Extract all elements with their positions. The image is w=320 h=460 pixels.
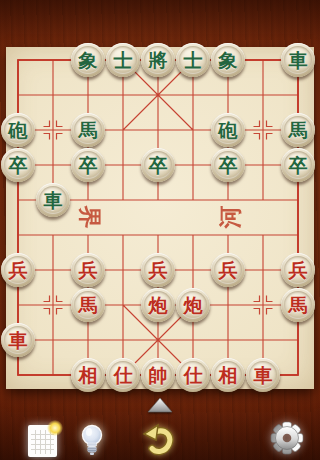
settings-button[interactable] (268, 419, 306, 460)
piece-character: 兵 (141, 253, 175, 288)
piece-red-advisor[interactable]: 仕 (176, 358, 210, 392)
piece-red-elephant[interactable]: 相 (211, 358, 245, 392)
piece-character: 車 (281, 43, 315, 78)
piece-character: 兵 (211, 253, 245, 288)
piece-character: 卒 (211, 148, 245, 183)
xiangqi-board[interactable]: 界河象士將士象車砲馬砲馬卒卒卒卒卒車兵兵兵兵兵馬炮炮馬車相仕帥仕相車 (6, 47, 314, 389)
piece-character: 卒 (141, 148, 175, 183)
piece-red-soldier[interactable]: 兵 (211, 253, 245, 287)
piece-red-horse[interactable]: 馬 (281, 288, 315, 322)
piece-black-horse[interactable]: 馬 (281, 113, 315, 147)
piece-black-elephant[interactable]: 象 (71, 43, 105, 77)
piece-black-advisor[interactable]: 士 (176, 43, 210, 77)
piece-character: 馬 (71, 113, 105, 148)
undo-arrow-icon (142, 423, 174, 457)
piece-character: 兵 (71, 253, 105, 288)
piece-black-elephant[interactable]: 象 (211, 43, 245, 77)
piece-black-soldier[interactable]: 卒 (141, 148, 175, 182)
notification-dot (47, 420, 63, 436)
piece-character: 馬 (281, 113, 315, 148)
piece-character: 炮 (176, 288, 210, 323)
gear-icon (268, 419, 306, 457)
piece-red-horse[interactable]: 馬 (71, 288, 105, 322)
piece-black-soldier[interactable]: 卒 (71, 148, 105, 182)
games-list-button[interactable] (28, 425, 57, 457)
piece-character: 砲 (1, 113, 35, 148)
hint-button[interactable] (79, 423, 105, 460)
piece-character: 炮 (141, 288, 175, 323)
piece-character: 卒 (71, 148, 105, 183)
piece-character: 馬 (281, 288, 315, 323)
piece-red-advisor[interactable]: 仕 (106, 358, 140, 392)
piece-black-soldier[interactable]: 卒 (281, 148, 315, 182)
lightbulb-icon (79, 423, 105, 459)
piece-red-elephant[interactable]: 相 (71, 358, 105, 392)
piece-character: 相 (211, 358, 245, 393)
piece-character: 車 (1, 323, 35, 358)
piece-red-soldier[interactable]: 兵 (71, 253, 105, 287)
piece-character: 象 (211, 43, 245, 78)
piece-black-advisor[interactable]: 士 (106, 43, 140, 77)
piece-red-general[interactable]: 帥 (141, 358, 175, 392)
piece-character: 馬 (71, 288, 105, 323)
piece-character: 車 (246, 358, 280, 393)
piece-character: 兵 (1, 253, 35, 288)
piece-character: 兵 (281, 253, 315, 288)
piece-red-soldier[interactable]: 兵 (1, 253, 35, 287)
piece-character: 仕 (106, 358, 140, 393)
piece-black-cannon[interactable]: 砲 (211, 113, 245, 147)
piece-black-horse[interactable]: 馬 (71, 113, 105, 147)
piece-red-soldier[interactable]: 兵 (281, 253, 315, 287)
piece-red-chariot[interactable]: 車 (246, 358, 280, 392)
piece-black-general[interactable]: 將 (141, 43, 175, 77)
piece-red-soldier[interactable]: 兵 (141, 253, 175, 287)
piece-character: 將 (141, 43, 175, 78)
piece-black-soldier[interactable]: 卒 (1, 148, 35, 182)
piece-character: 仕 (176, 358, 210, 393)
piece-red-cannon[interactable]: 炮 (141, 288, 175, 322)
piece-black-chariot[interactable]: 車 (281, 43, 315, 77)
piece-black-chariot[interactable]: 車 (36, 183, 70, 217)
piece-character: 士 (176, 43, 210, 78)
river-label: 河 (216, 203, 244, 231)
undo-button[interactable] (142, 423, 174, 460)
xiangqi-app-screen: 界河象士將士象車砲馬砲馬卒卒卒卒卒車兵兵兵兵兵馬炮炮馬車相仕帥仕相車 (0, 0, 320, 460)
piece-character: 象 (71, 43, 105, 78)
piece-character: 車 (36, 183, 70, 218)
pieces-layer: 界河象士將士象車砲馬砲馬卒卒卒卒卒車兵兵兵兵兵馬炮炮馬車相仕帥仕相車 (6, 47, 314, 389)
piece-character: 卒 (1, 148, 35, 183)
piece-character: 相 (71, 358, 105, 393)
drawer-handle[interactable] (147, 397, 173, 416)
river-label: 界 (76, 203, 104, 231)
piece-black-soldier[interactable]: 卒 (211, 148, 245, 182)
piece-red-cannon[interactable]: 炮 (176, 288, 210, 322)
piece-character: 士 (106, 43, 140, 78)
piece-black-cannon[interactable]: 砲 (1, 113, 35, 147)
piece-red-chariot[interactable]: 車 (1, 323, 35, 357)
up-triangle-icon (147, 397, 173, 413)
grid-board-icon (28, 425, 57, 457)
piece-character: 砲 (211, 113, 245, 148)
piece-character: 卒 (281, 148, 315, 183)
piece-character: 帥 (141, 358, 175, 393)
